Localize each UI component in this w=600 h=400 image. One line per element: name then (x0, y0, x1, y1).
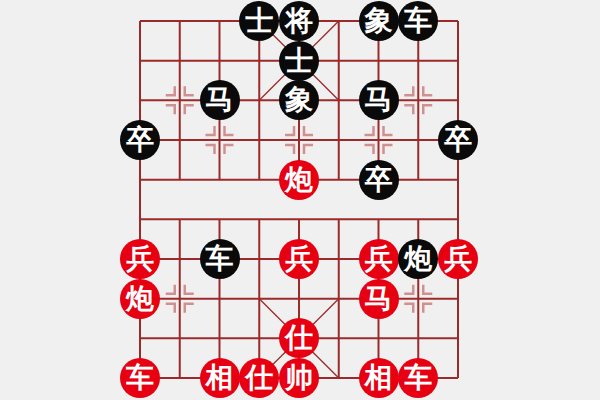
piece-black-elephant[interactable]: 象 (279, 80, 319, 120)
piece-red-soldier[interactable]: 兵 (438, 239, 478, 279)
piece-red-soldier[interactable]: 兵 (279, 239, 319, 279)
piece-black-horse[interactable]: 马 (200, 80, 240, 120)
piece-black-advisor[interactable]: 士 (239, 1, 279, 41)
piece-red-elephant[interactable]: 相 (359, 358, 399, 398)
piece-black-advisor[interactable]: 士 (279, 41, 319, 81)
piece-black-general[interactable]: 将 (279, 1, 319, 41)
piece-black-soldier[interactable]: 卒 (438, 120, 478, 160)
piece-red-elephant[interactable]: 相 (200, 358, 240, 398)
piece-red-soldier[interactable]: 兵 (359, 239, 399, 279)
page: { "game": "xiangqi", "title": "Xiangqi b… (0, 0, 600, 400)
piece-red-cannon[interactable]: 炮 (279, 160, 319, 200)
piece-red-advisor[interactable]: 仕 (279, 318, 319, 358)
piece-red-cannon[interactable]: 炮 (120, 279, 160, 319)
piece-red-chariot[interactable]: 车 (398, 358, 438, 398)
piece-black-cannon[interactable]: 炮 (398, 239, 438, 279)
piece-red-general[interactable]: 帅 (279, 358, 319, 398)
piece-black-chariot[interactable]: 车 (200, 239, 240, 279)
piece-black-soldier[interactable]: 卒 (120, 120, 160, 160)
piece-red-advisor[interactable]: 仕 (239, 358, 279, 398)
piece-red-chariot[interactable]: 车 (120, 358, 160, 398)
piece-black-elephant[interactable]: 象 (359, 1, 399, 41)
piece-black-soldier[interactable]: 卒 (359, 160, 399, 200)
xiangqi-board[interactable]: 士将象车士马象马卒卒炮卒兵车兵兵炮兵炮马仕车相仕帅相车 (120, 1, 478, 398)
piece-red-horse[interactable]: 马 (359, 279, 399, 319)
piece-red-soldier[interactable]: 兵 (120, 239, 160, 279)
piece-black-horse[interactable]: 马 (359, 80, 399, 120)
piece-black-chariot[interactable]: 车 (398, 1, 438, 41)
